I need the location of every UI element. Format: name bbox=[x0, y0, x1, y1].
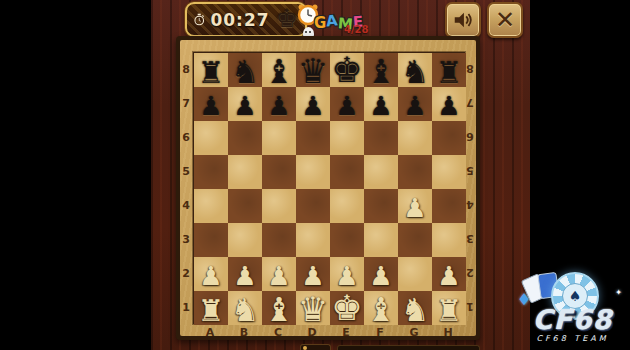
square-c1[interactable]: ♝ bbox=[262, 291, 296, 325]
square-a4[interactable] bbox=[194, 189, 228, 223]
square-d2[interactable]: ♟ bbox=[296, 257, 330, 291]
square-d4[interactable] bbox=[296, 189, 330, 223]
square-b6[interactable] bbox=[228, 121, 262, 155]
rank-label: 2 bbox=[180, 256, 192, 290]
white-pawn[interactable]: ♟ bbox=[437, 263, 460, 289]
square-a8[interactable]: ♜ bbox=[194, 53, 228, 87]
square-e3[interactable] bbox=[330, 223, 364, 257]
cf68-watermark: ♠ ♦ ✦ ✦ CF68 CF68 TEAM bbox=[515, 270, 630, 350]
square-f7[interactable]: ♟ bbox=[364, 87, 398, 121]
black-pawn[interactable]: ♟ bbox=[437, 93, 460, 119]
black-king-turn-icon: ♚ bbox=[276, 6, 298, 31]
square-h8[interactable]: ♜ bbox=[432, 53, 466, 87]
square-a3[interactable] bbox=[194, 223, 228, 257]
white-rook[interactable]: ♜ bbox=[198, 296, 225, 326]
square-c3[interactable] bbox=[262, 223, 296, 257]
rank-label: 4 bbox=[180, 188, 192, 222]
white-king[interactable]: ♚ bbox=[331, 291, 362, 326]
rank-label: 8 bbox=[180, 52, 192, 86]
square-b1[interactable]: ♞ bbox=[228, 291, 262, 325]
sparkle-icon: ✦ bbox=[615, 288, 622, 297]
square-e8[interactable]: ♚ bbox=[330, 53, 364, 87]
square-e2[interactable]: ♟ bbox=[330, 257, 364, 291]
black-pawn[interactable]: ♟ bbox=[301, 93, 324, 119]
white-knight[interactable]: ♞ bbox=[401, 294, 430, 326]
square-b8[interactable]: ♞ bbox=[228, 53, 262, 87]
square-d7[interactable]: ♟ bbox=[296, 87, 330, 121]
square-f1[interactable]: ♝ bbox=[364, 291, 398, 325]
square-c5[interactable] bbox=[262, 155, 296, 189]
square-a7[interactable]: ♟ bbox=[194, 87, 228, 121]
square-f8[interactable]: ♝ bbox=[364, 53, 398, 87]
chess-board: 87654321 87654321 ABCDEFGH ♜♞♝♛♚♝♞♜♟♟♟♟♟… bbox=[176, 36, 480, 340]
black-rook[interactable]: ♜ bbox=[436, 58, 463, 88]
white-pawn[interactable]: ♟ bbox=[233, 263, 256, 289]
square-a5[interactable] bbox=[194, 155, 228, 189]
rank-label: 1 bbox=[180, 290, 192, 324]
black-queen[interactable]: ♛ bbox=[298, 54, 328, 88]
white-pawn[interactable]: ♟ bbox=[199, 263, 222, 289]
black-pawn[interactable]: ♟ bbox=[335, 93, 358, 119]
square-d6[interactable] bbox=[296, 121, 330, 155]
square-g5[interactable] bbox=[398, 155, 432, 189]
close-button[interactable]: ✕ bbox=[487, 2, 523, 38]
level-counter: 4/28 bbox=[344, 24, 369, 35]
black-pawn[interactable]: ♟ bbox=[199, 93, 222, 119]
white-bishop[interactable]: ♝ bbox=[264, 293, 294, 326]
white-pawn[interactable]: ♟ bbox=[267, 263, 290, 289]
square-d3[interactable] bbox=[296, 223, 330, 257]
square-c8[interactable]: ♝ bbox=[262, 53, 296, 87]
square-c2[interactable]: ♟ bbox=[262, 257, 296, 291]
timer-value: 00:27 bbox=[210, 10, 269, 30]
square-d8[interactable]: ♛ bbox=[296, 53, 330, 87]
rank-labels-left: 87654321 bbox=[180, 52, 192, 324]
timer-panel: 00:27 ♚ bbox=[185, 2, 307, 37]
black-pawn[interactable]: ♟ bbox=[267, 93, 290, 119]
square-f2[interactable]: ♟ bbox=[364, 257, 398, 291]
square-e5[interactable] bbox=[330, 155, 364, 189]
square-g3[interactable] bbox=[398, 223, 432, 257]
square-c4[interactable] bbox=[262, 189, 296, 223]
square-b2[interactable]: ♟ bbox=[228, 257, 262, 291]
square-e1[interactable]: ♚ bbox=[330, 291, 364, 325]
square-c7[interactable]: ♟ bbox=[262, 87, 296, 121]
square-g6[interactable] bbox=[398, 121, 432, 155]
black-pawn[interactable]: ♟ bbox=[233, 93, 256, 119]
square-e4[interactable] bbox=[330, 189, 364, 223]
square-e6[interactable] bbox=[330, 121, 364, 155]
square-g8[interactable]: ♞ bbox=[398, 53, 432, 87]
square-h3[interactable] bbox=[432, 223, 466, 257]
board-grid: ♜♞♝♛♚♝♞♜♟♟♟♟♟♟♟♟♟♟♟♟♟♟♟♟♜♞♝♛♚♝♞♜ bbox=[193, 52, 465, 324]
square-g4[interactable]: ♟ bbox=[398, 189, 432, 223]
square-g7[interactable]: ♟ bbox=[398, 87, 432, 121]
game-portal-watermark: GAME 4/28 bbox=[297, 1, 373, 41]
bottom-panel-edge-1 bbox=[300, 344, 331, 350]
square-b4[interactable] bbox=[228, 189, 262, 223]
square-f3[interactable] bbox=[364, 223, 398, 257]
white-pawn[interactable]: ♟ bbox=[301, 263, 324, 289]
square-g1[interactable]: ♞ bbox=[398, 291, 432, 325]
cf68-subtitle: CF68 TEAM bbox=[515, 334, 630, 343]
square-d5[interactable] bbox=[296, 155, 330, 189]
square-a6[interactable] bbox=[194, 121, 228, 155]
black-bishop[interactable]: ♝ bbox=[264, 55, 294, 88]
square-f4[interactable] bbox=[364, 189, 398, 223]
white-pawn[interactable]: ♟ bbox=[403, 195, 426, 221]
square-e7[interactable]: ♟ bbox=[330, 87, 364, 121]
square-h5[interactable] bbox=[432, 155, 466, 189]
white-pawn[interactable]: ♟ bbox=[335, 263, 358, 289]
square-h4[interactable] bbox=[432, 189, 466, 223]
black-king[interactable]: ♚ bbox=[331, 53, 362, 88]
square-h2[interactable]: ♟ bbox=[432, 257, 466, 291]
game-logo-letter: G bbox=[314, 14, 326, 32]
black-pawn[interactable]: ♟ bbox=[369, 93, 392, 119]
black-knight[interactable]: ♞ bbox=[231, 56, 260, 88]
square-g2[interactable] bbox=[398, 257, 432, 291]
rank-label: 5 bbox=[180, 154, 192, 188]
white-rook[interactable]: ♜ bbox=[436, 296, 463, 326]
speaker-icon bbox=[452, 9, 474, 31]
close-icon: ✕ bbox=[495, 6, 515, 34]
square-h6[interactable] bbox=[432, 121, 466, 155]
square-a1[interactable]: ♜ bbox=[194, 291, 228, 325]
rank-label: 3 bbox=[180, 222, 192, 256]
square-d1[interactable]: ♛ bbox=[296, 291, 330, 325]
white-bishop[interactable]: ♝ bbox=[366, 293, 396, 326]
rank-label: 6 bbox=[180, 120, 192, 154]
white-pawn[interactable]: ♟ bbox=[369, 263, 392, 289]
sound-button[interactable] bbox=[445, 2, 481, 38]
black-bishop[interactable]: ♝ bbox=[366, 55, 396, 88]
cf68-title: CF68 bbox=[515, 304, 630, 335]
black-pawn[interactable]: ♟ bbox=[403, 93, 426, 119]
black-knight[interactable]: ♞ bbox=[401, 56, 430, 88]
bottom-panel-edge-2 bbox=[337, 345, 480, 350]
square-b5[interactable] bbox=[228, 155, 262, 189]
white-knight[interactable]: ♞ bbox=[231, 294, 260, 326]
square-f6[interactable] bbox=[364, 121, 398, 155]
square-f5[interactable] bbox=[364, 155, 398, 189]
square-h1[interactable]: ♜ bbox=[432, 291, 466, 325]
stopwatch-icon bbox=[194, 8, 204, 32]
square-b3[interactable] bbox=[228, 223, 262, 257]
rank-label: 7 bbox=[180, 86, 192, 120]
black-rook[interactable]: ♜ bbox=[198, 58, 225, 88]
square-h7[interactable]: ♟ bbox=[432, 87, 466, 121]
square-a2[interactable]: ♟ bbox=[194, 257, 228, 291]
square-c6[interactable] bbox=[262, 121, 296, 155]
white-queen[interactable]: ♛ bbox=[298, 292, 328, 326]
square-b7[interactable]: ♟ bbox=[228, 87, 262, 121]
game-window: 00:27 ♚ GAME 4/28 ✕ 87654321 87654321 AB… bbox=[151, 0, 530, 350]
